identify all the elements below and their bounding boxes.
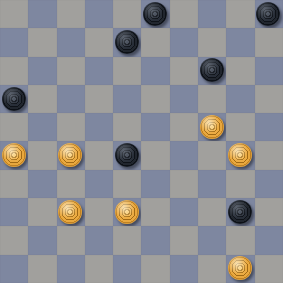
board-square — [28, 255, 56, 283]
board-square[interactable] — [226, 141, 254, 169]
board-square[interactable] — [0, 198, 28, 226]
board-square — [141, 28, 169, 56]
board-square[interactable] — [198, 226, 226, 254]
board-square — [141, 255, 169, 283]
board-square[interactable] — [85, 0, 113, 28]
board-square — [170, 226, 198, 254]
board-square — [85, 28, 113, 56]
board-square — [113, 226, 141, 254]
board-square — [85, 85, 113, 113]
board-square[interactable] — [198, 57, 226, 85]
white-piece[interactable] — [58, 143, 82, 167]
board-square — [113, 113, 141, 141]
board-square — [141, 85, 169, 113]
board-square — [0, 113, 28, 141]
white-piece[interactable] — [2, 143, 26, 167]
black-piece[interactable] — [115, 143, 139, 167]
board-square[interactable] — [113, 255, 141, 283]
board-square[interactable] — [28, 226, 56, 254]
board-square — [170, 57, 198, 85]
black-piece[interactable] — [2, 87, 26, 111]
board-square — [198, 198, 226, 226]
board-square[interactable] — [141, 226, 169, 254]
board-square — [57, 113, 85, 141]
white-piece[interactable] — [228, 143, 252, 167]
board-square — [226, 0, 254, 28]
board-square[interactable] — [113, 85, 141, 113]
black-piece[interactable] — [256, 2, 280, 26]
board-square — [226, 113, 254, 141]
board-square — [28, 28, 56, 56]
board-square[interactable] — [170, 85, 198, 113]
board-square — [0, 57, 28, 85]
board-square[interactable] — [170, 255, 198, 283]
board-square — [255, 28, 283, 56]
board-square[interactable] — [255, 57, 283, 85]
board-square — [226, 170, 254, 198]
draughts-board — [0, 0, 283, 283]
board-square[interactable] — [198, 0, 226, 28]
black-piece[interactable] — [228, 200, 252, 224]
board-square — [28, 198, 56, 226]
board-square[interactable] — [85, 226, 113, 254]
board-square — [198, 85, 226, 113]
white-piece[interactable] — [200, 115, 224, 139]
board-square[interactable] — [141, 170, 169, 198]
board-square[interactable] — [141, 57, 169, 85]
board-square[interactable] — [85, 113, 113, 141]
board-square[interactable] — [255, 113, 283, 141]
board-square — [226, 226, 254, 254]
board-square — [28, 85, 56, 113]
board-square[interactable] — [57, 28, 85, 56]
black-piece[interactable] — [143, 2, 167, 26]
board-square — [28, 141, 56, 169]
board-square[interactable] — [85, 170, 113, 198]
board-square — [255, 198, 283, 226]
board-square — [226, 57, 254, 85]
board-square — [0, 170, 28, 198]
board-square — [57, 170, 85, 198]
board-square[interactable] — [57, 255, 85, 283]
board-square[interactable] — [28, 170, 56, 198]
board-square — [113, 170, 141, 198]
board-square[interactable] — [57, 85, 85, 113]
board-square — [57, 226, 85, 254]
board-square — [0, 0, 28, 28]
board-square[interactable] — [28, 0, 56, 28]
board-square — [113, 0, 141, 28]
board-square[interactable] — [255, 226, 283, 254]
board-square — [141, 141, 169, 169]
board-square — [85, 198, 113, 226]
board-square — [85, 141, 113, 169]
board-square[interactable] — [141, 0, 169, 28]
board-square — [170, 0, 198, 28]
board-square — [57, 57, 85, 85]
board-square — [255, 255, 283, 283]
board-square[interactable] — [28, 113, 56, 141]
board-square — [198, 141, 226, 169]
white-piece[interactable] — [115, 200, 139, 224]
board-square — [198, 255, 226, 283]
board-square[interactable] — [141, 113, 169, 141]
board-square — [170, 113, 198, 141]
board-square[interactable] — [170, 28, 198, 56]
black-piece[interactable] — [200, 58, 224, 82]
black-piece[interactable] — [115, 30, 139, 54]
board-square — [141, 198, 169, 226]
board-square[interactable] — [57, 141, 85, 169]
board-square — [57, 0, 85, 28]
board-square[interactable] — [255, 170, 283, 198]
board-square[interactable] — [85, 57, 113, 85]
board-square — [255, 85, 283, 113]
board-square[interactable] — [255, 0, 283, 28]
board-square[interactable] — [226, 28, 254, 56]
board-square[interactable] — [0, 141, 28, 169]
board-square — [0, 226, 28, 254]
board-square[interactable] — [198, 170, 226, 198]
board-square[interactable] — [113, 141, 141, 169]
board-square — [198, 28, 226, 56]
board-square[interactable] — [226, 255, 254, 283]
board-square[interactable] — [113, 28, 141, 56]
board-square[interactable] — [198, 113, 226, 141]
board-square[interactable] — [57, 198, 85, 226]
white-piece[interactable] — [58, 200, 82, 224]
board-square — [255, 141, 283, 169]
board-square[interactable] — [0, 28, 28, 56]
board-square[interactable] — [170, 141, 198, 169]
board-square[interactable] — [170, 198, 198, 226]
board-square[interactable] — [0, 255, 28, 283]
board-square[interactable] — [113, 198, 141, 226]
board-square[interactable] — [226, 85, 254, 113]
board-square[interactable] — [226, 198, 254, 226]
board-square — [85, 255, 113, 283]
white-piece[interactable] — [228, 256, 252, 280]
board-square[interactable] — [28, 57, 56, 85]
board-square[interactable] — [0, 85, 28, 113]
board-square — [113, 57, 141, 85]
board-square — [170, 170, 198, 198]
